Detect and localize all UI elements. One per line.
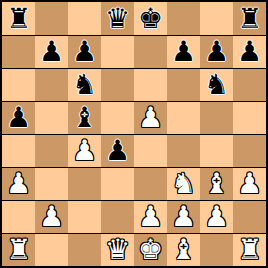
black-knight: ♞ bbox=[68, 68, 101, 101]
square-f8[interactable] bbox=[167, 2, 200, 35]
white-rook: ♜ bbox=[233, 233, 266, 266]
square-f6[interactable] bbox=[167, 68, 200, 101]
square-b4[interactable] bbox=[35, 134, 68, 167]
square-e5[interactable]: ♟ bbox=[134, 101, 167, 134]
square-a2[interactable] bbox=[2, 200, 35, 233]
square-c8[interactable] bbox=[68, 2, 101, 35]
square-d2[interactable] bbox=[101, 200, 134, 233]
square-h8[interactable]: ♜ bbox=[233, 2, 266, 35]
square-g1[interactable] bbox=[200, 233, 233, 266]
square-h3[interactable]: ♟ bbox=[233, 167, 266, 200]
square-b1[interactable] bbox=[35, 233, 68, 266]
square-c7[interactable]: ♟ bbox=[68, 35, 101, 68]
black-king: ♚ bbox=[134, 2, 167, 35]
black-pawn: ♟ bbox=[233, 35, 266, 68]
square-f1[interactable]: ♝ bbox=[167, 233, 200, 266]
square-e2[interactable]: ♟ bbox=[134, 200, 167, 233]
square-h7[interactable]: ♟ bbox=[233, 35, 266, 68]
square-d4[interactable]: ♟ bbox=[101, 134, 134, 167]
white-bishop: ♝ bbox=[167, 233, 200, 266]
square-e7[interactable] bbox=[134, 35, 167, 68]
square-c2[interactable] bbox=[68, 200, 101, 233]
black-pawn: ♟ bbox=[167, 35, 200, 68]
square-c1[interactable] bbox=[68, 233, 101, 266]
square-g6[interactable]: ♞ bbox=[200, 68, 233, 101]
black-pawn: ♟ bbox=[101, 134, 134, 167]
white-pawn: ♟ bbox=[134, 200, 167, 233]
square-a1[interactable]: ♜ bbox=[2, 233, 35, 266]
square-f4[interactable] bbox=[167, 134, 200, 167]
square-f3[interactable]: ♞ bbox=[167, 167, 200, 200]
square-d6[interactable] bbox=[101, 68, 134, 101]
black-rook: ♜ bbox=[2, 2, 35, 35]
square-e3[interactable] bbox=[134, 167, 167, 200]
square-a3[interactable]: ♟ bbox=[2, 167, 35, 200]
square-a5[interactable]: ♟ bbox=[2, 101, 35, 134]
square-c6[interactable]: ♞ bbox=[68, 68, 101, 101]
white-knight: ♞ bbox=[167, 167, 200, 200]
square-a6[interactable] bbox=[2, 68, 35, 101]
square-b5[interactable] bbox=[35, 101, 68, 134]
square-h4[interactable] bbox=[233, 134, 266, 167]
square-b6[interactable] bbox=[35, 68, 68, 101]
square-d7[interactable] bbox=[101, 35, 134, 68]
square-g4[interactable] bbox=[200, 134, 233, 167]
square-a7[interactable] bbox=[2, 35, 35, 68]
black-bishop: ♝ bbox=[68, 101, 101, 134]
square-e8[interactable]: ♚ bbox=[134, 2, 167, 35]
white-pawn: ♟ bbox=[233, 167, 266, 200]
square-h1[interactable]: ♜ bbox=[233, 233, 266, 266]
white-pawn: ♟ bbox=[68, 134, 101, 167]
square-a4[interactable] bbox=[2, 134, 35, 167]
square-c4[interactable]: ♟ bbox=[68, 134, 101, 167]
white-pawn: ♟ bbox=[200, 200, 233, 233]
square-c3[interactable] bbox=[68, 167, 101, 200]
square-d1[interactable]: ♛ bbox=[101, 233, 134, 266]
black-pawn: ♟ bbox=[35, 35, 68, 68]
black-pawn: ♟ bbox=[68, 35, 101, 68]
square-f2[interactable]: ♟ bbox=[167, 200, 200, 233]
black-rook: ♜ bbox=[233, 2, 266, 35]
square-h5[interactable] bbox=[233, 101, 266, 134]
square-d8[interactable]: ♛ bbox=[101, 2, 134, 35]
square-b7[interactable]: ♟ bbox=[35, 35, 68, 68]
square-f7[interactable]: ♟ bbox=[167, 35, 200, 68]
square-e1[interactable]: ♚ bbox=[134, 233, 167, 266]
square-d3[interactable] bbox=[101, 167, 134, 200]
white-queen: ♛ bbox=[101, 233, 134, 266]
square-b2[interactable]: ♟ bbox=[35, 200, 68, 233]
square-g5[interactable] bbox=[200, 101, 233, 134]
square-b3[interactable] bbox=[35, 167, 68, 200]
square-f5[interactable] bbox=[167, 101, 200, 134]
white-pawn: ♟ bbox=[167, 200, 200, 233]
black-pawn: ♟ bbox=[200, 35, 233, 68]
black-pawn: ♟ bbox=[2, 101, 35, 134]
white-king: ♚ bbox=[134, 233, 167, 266]
square-g2[interactable]: ♟ bbox=[200, 200, 233, 233]
black-knight: ♞ bbox=[200, 68, 233, 101]
board-grid: ♜♛♚♜♟♟♟♟♟♞♞♟♝♟♟♟♟♞♝♟♟♟♟♟♜♛♚♝♜ bbox=[2, 2, 266, 266]
white-pawn: ♟ bbox=[2, 167, 35, 200]
chess-board: ♜♛♚♜♟♟♟♟♟♞♞♟♝♟♟♟♟♞♝♟♟♟♟♟♜♛♚♝♜ bbox=[0, 0, 268, 268]
square-a8[interactable]: ♜ bbox=[2, 2, 35, 35]
black-queen: ♛ bbox=[101, 2, 134, 35]
white-rook: ♜ bbox=[2, 233, 35, 266]
white-pawn: ♟ bbox=[35, 200, 68, 233]
white-pawn: ♟ bbox=[134, 101, 167, 134]
square-d5[interactable] bbox=[101, 101, 134, 134]
square-h2[interactable] bbox=[233, 200, 266, 233]
square-c5[interactable]: ♝ bbox=[68, 101, 101, 134]
square-e6[interactable] bbox=[134, 68, 167, 101]
white-bishop: ♝ bbox=[200, 167, 233, 200]
square-e4[interactable] bbox=[134, 134, 167, 167]
square-h6[interactable] bbox=[233, 68, 266, 101]
square-b8[interactable] bbox=[35, 2, 68, 35]
square-g8[interactable] bbox=[200, 2, 233, 35]
square-g7[interactable]: ♟ bbox=[200, 35, 233, 68]
square-g3[interactable]: ♝ bbox=[200, 167, 233, 200]
